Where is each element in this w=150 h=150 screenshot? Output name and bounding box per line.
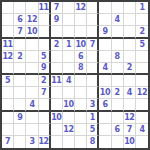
cell-r1c8[interactable] [87,2,99,14]
cell-r2c12[interactable] [136,14,148,26]
cell-r10c7[interactable] [75,112,87,124]
cell-r9c4[interactable] [39,99,51,111]
cell-r6c2[interactable] [14,63,26,75]
cell-r8c1[interactable] [2,87,14,99]
cell-r11c2[interactable] [14,124,26,136]
cell-r3c2: 7 [14,26,26,38]
cell-r5c5[interactable] [51,51,63,63]
cell-r12c1: 7 [2,136,14,148]
cell-r3c5[interactable] [51,26,63,38]
cell-r4c8: 7 [87,39,99,51]
cell-r10c4[interactable] [39,112,51,124]
cell-r6c4: 9 [39,63,51,75]
cell-r8c4: 7 [39,87,51,99]
cell-r3c12: 2 [136,26,148,38]
cell-r4c9[interactable] [99,39,111,51]
cell-r12c5[interactable] [51,136,63,148]
cell-r3c3: 10 [26,26,38,38]
cell-r7c5: 11 [51,75,63,87]
cell-r5c11[interactable] [124,51,136,63]
cell-r11c6: 12 [63,124,75,136]
cell-r7c12[interactable] [136,75,148,87]
cell-r11c10: 6 [112,124,124,136]
cell-r4c3[interactable] [26,39,38,51]
cell-r9c6: 10 [63,99,75,111]
cell-r12c10[interactable] [112,136,124,148]
cell-r7c8[interactable] [87,75,99,87]
cell-r8c9: 10 [99,87,111,99]
cell-r8c3[interactable] [26,87,38,99]
cell-r9c8: 3 [87,99,99,111]
cell-r11c4[interactable] [39,124,51,136]
cell-r6c3[interactable] [26,63,38,75]
cell-r12c8: 8 [87,136,99,148]
cell-r3c9: 9 [99,26,111,38]
cell-r10c5: 10 [51,112,63,124]
cell-r1c4: 11 [39,2,51,14]
cell-r9c9: 6 [99,99,111,111]
cell-r4c4[interactable] [39,39,51,51]
cell-r4c11[interactable] [124,39,136,51]
cell-r2c9[interactable] [99,14,111,26]
cell-r1c2[interactable] [14,2,26,14]
cell-r10c10[interactable] [112,112,124,124]
cell-r11c11: 7 [124,124,136,136]
cell-r11c8: 5 [87,124,99,136]
cell-r5c4: 5 [39,51,51,63]
cell-r12c4: 12 [39,136,51,148]
cell-r1c12: 1 [136,2,148,14]
cell-r1c7: 12 [75,2,87,14]
cell-r2c8[interactable] [87,14,99,26]
cell-r1c10[interactable] [112,2,124,14]
cell-r7c3[interactable] [26,75,38,87]
cell-r12c6[interactable] [63,136,75,148]
cell-r7c2[interactable] [14,75,26,87]
cell-r3c11[interactable] [124,26,136,38]
cell-r8c10: 2 [112,87,124,99]
cell-r7c9[interactable] [99,75,111,87]
cell-r8c5[interactable] [51,87,63,99]
cell-r6c11: 2 [124,63,136,75]
cell-r3c4[interactable] [39,26,51,38]
cell-r11c1[interactable] [2,124,14,136]
cell-r4c6: 1 [63,39,75,51]
cell-r4c5: 2 [51,39,63,51]
cell-r8c7[interactable] [75,87,87,99]
cell-r11c3[interactable] [26,124,38,136]
cell-r6c5[interactable] [51,63,63,75]
cell-r11c9[interactable] [99,124,111,136]
cell-r7c1: 5 [2,75,14,87]
cell-r2c10: 4 [112,14,124,26]
cell-r2c7[interactable] [75,14,87,26]
cell-r10c9[interactable] [99,112,111,124]
cell-r2c4[interactable] [39,14,51,26]
cell-r12c7[interactable] [75,136,87,148]
cell-r7c6: 4 [63,75,75,87]
cell-r8c2[interactable] [14,87,26,99]
cell-r7c11[interactable] [124,75,136,87]
cell-r3c6[interactable] [63,26,75,38]
cell-r6c6[interactable] [63,63,75,75]
sudoku-board: 1171216129471092112110751225689842521147… [0,0,150,150]
cell-r2c11[interactable] [124,14,136,26]
cell-r12c3: 3 [26,136,38,148]
cell-r10c12[interactable] [136,112,148,124]
cell-r4c12: 5 [136,39,148,51]
cell-r2c6[interactable] [63,14,75,26]
cell-r10c8: 1 [87,112,99,124]
cell-r3c1[interactable] [2,26,14,38]
cell-r10c3[interactable] [26,112,38,124]
cell-r9c2[interactable] [14,99,26,111]
cell-r8c11: 4 [124,87,136,99]
cell-r8c12: 12 [136,87,148,99]
cell-r8c6[interactable] [63,87,75,99]
cell-r1c5: 7 [51,2,63,14]
cell-r10c2: 9 [14,112,26,124]
cell-r2c1[interactable] [2,14,14,26]
cell-r9c10[interactable] [112,99,124,111]
cell-r12c12[interactable] [136,136,148,148]
cell-r1c6[interactable] [63,2,75,14]
cell-r5c3[interactable] [26,51,38,63]
cell-r5c2: 2 [14,51,26,63]
cell-r4c10[interactable] [112,39,124,51]
cell-r10c11: 12 [124,112,136,124]
cell-r7c10[interactable] [112,75,124,87]
cell-r5c7: 6 [75,51,87,63]
cell-r8c8[interactable] [87,87,99,99]
cell-r12c2[interactable] [14,136,26,148]
cell-r6c7: 8 [75,63,87,75]
cell-r9c5[interactable] [51,99,63,111]
cell-r2c5: 9 [51,14,63,26]
cell-r3c8[interactable] [87,26,99,38]
cell-r9c11[interactable] [124,99,136,111]
cell-r7c7[interactable] [75,75,87,87]
cell-r1c11[interactable] [124,2,136,14]
cell-r2c3: 12 [26,14,38,26]
cell-r3c10[interactable] [112,26,124,38]
cell-r10c6[interactable] [63,112,75,124]
cell-r5c9[interactable] [99,51,111,63]
cell-r4c1: 11 [2,39,14,51]
cell-r12c9[interactable] [99,136,111,148]
cell-r5c10: 8 [112,51,124,63]
cell-r12c11: 10 [124,136,136,148]
cell-r6c1[interactable] [2,63,14,75]
cell-r5c12[interactable] [136,51,148,63]
cell-r2c2: 6 [14,14,26,26]
cell-r4c2[interactable] [14,39,26,51]
cell-r3c7[interactable] [75,26,87,38]
cell-r1c3[interactable] [26,2,38,14]
cell-r9c7[interactable] [75,99,87,111]
cell-r5c8[interactable] [87,51,99,63]
cell-r9c12[interactable] [136,99,148,111]
cell-r11c5[interactable] [51,124,63,136]
cell-r7c4: 2 [39,75,51,87]
cell-r6c12[interactable] [136,63,148,75]
cell-r1c1[interactable] [2,2,14,14]
cell-r5c1: 12 [2,51,14,63]
cell-r9c1[interactable] [2,99,14,111]
cell-r6c9: 4 [99,63,111,75]
cell-r4c7: 10 [75,39,87,51]
cell-r5c6[interactable] [63,51,75,63]
cell-r9c3: 4 [26,99,38,111]
cell-r11c7[interactable] [75,124,87,136]
cell-r10c1[interactable] [2,112,14,124]
cell-r6c10[interactable] [112,63,124,75]
cell-r6c8[interactable] [87,63,99,75]
cell-r11c12: 4 [136,124,148,136]
cell-r1c9[interactable] [99,2,111,14]
